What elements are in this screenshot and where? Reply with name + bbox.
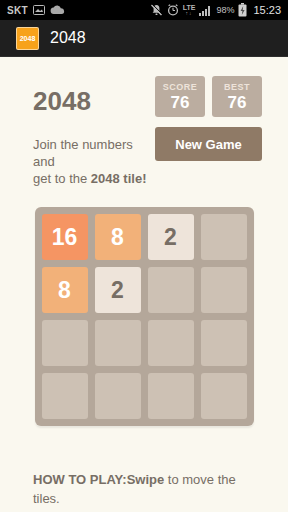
- tile-2: 2: [148, 214, 194, 260]
- tile-2: 2: [95, 267, 141, 313]
- vibrate-icon: [150, 4, 163, 16]
- subtitle-line1: Join the numbers and: [33, 137, 133, 169]
- clock-label: 15:23: [253, 4, 281, 16]
- header-right: SCORE 76 BEST 76 New Game: [155, 76, 262, 187]
- empty-cell: [201, 214, 247, 260]
- new-game-button[interactable]: New Game: [155, 127, 262, 161]
- empty-cell: [201, 267, 247, 313]
- empty-cell: [148, 267, 194, 313]
- empty-cell: [148, 373, 194, 419]
- tile-8: 8: [42, 267, 88, 313]
- app-bar-title: 2048: [50, 29, 86, 47]
- data-activity-arrows: ↑↓: [186, 11, 193, 16]
- tile-8: 8: [95, 214, 141, 260]
- status-bar: SKT LTE ↑↓ 98% 15:23: [0, 0, 288, 20]
- header: 2048 Join the numbers and get to the 204…: [0, 57, 288, 187]
- cloud-icon: [50, 5, 65, 15]
- subtitle-line2: get to the: [33, 171, 91, 186]
- empty-cell: [95, 320, 141, 366]
- score-value: 76: [171, 93, 190, 112]
- how-to-play-bold: HOW TO PLAY:Swipe: [33, 472, 164, 487]
- subtitle: Join the numbers and get to the 2048 til…: [33, 136, 155, 187]
- signal-icon: [199, 5, 212, 16]
- empty-cell: [42, 373, 88, 419]
- alarm-icon: [167, 4, 179, 16]
- game-title: 2048: [33, 86, 155, 117]
- board[interactable]: 168282: [35, 207, 254, 426]
- tile-16: 16: [42, 214, 88, 260]
- carrier-label: SKT: [7, 5, 28, 16]
- app-bar: 2048 2048: [0, 20, 288, 57]
- best-value: 76: [228, 93, 247, 112]
- instructions: HOW TO PLAY:Swipe to move the tiles. Whe…: [33, 470, 260, 512]
- status-bar-left: SKT: [7, 5, 65, 16]
- empty-cell: [201, 320, 247, 366]
- header-left: 2048 Join the numbers and get to the 204…: [33, 76, 155, 187]
- scores: SCORE 76 BEST 76: [155, 76, 262, 117]
- status-bar-right: LTE ↑↓ 98% 15:23: [150, 3, 281, 17]
- empty-cell: [42, 320, 88, 366]
- score-box: SCORE 76: [155, 76, 205, 117]
- network-lte-indicator: LTE ↑↓: [183, 4, 196, 16]
- best-box: BEST 76: [212, 76, 262, 117]
- battery-percent-label: 98%: [216, 5, 234, 15]
- battery-charging-icon: [238, 3, 247, 17]
- screenshot-icon: [33, 5, 45, 15]
- app-icon: 2048: [16, 27, 39, 50]
- empty-cell: [201, 373, 247, 419]
- score-label: SCORE: [163, 82, 198, 93]
- empty-cell: [148, 320, 194, 366]
- empty-cell: [95, 373, 141, 419]
- best-label: BEST: [224, 82, 250, 93]
- subtitle-goal: 2048 tile!: [91, 171, 147, 186]
